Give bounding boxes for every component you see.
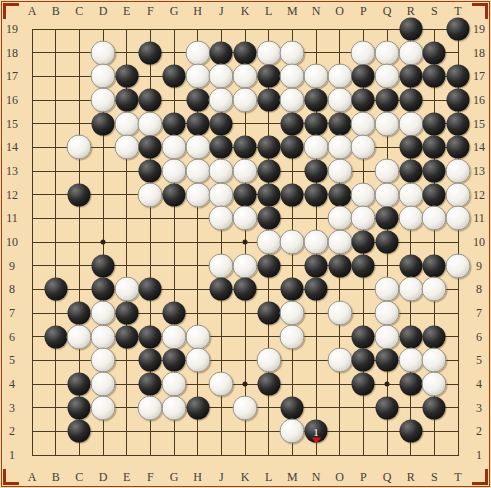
- stone-M10[interactable]: [280, 230, 305, 255]
- stone-T19[interactable]: [447, 18, 470, 41]
- go-board-screenshot: AA1919BB1818CC1717DD1616EE1515FF1414GG13…: [0, 0, 491, 488]
- stone-F12[interactable]: [138, 182, 163, 207]
- stone-R11[interactable]: [398, 206, 423, 231]
- stone-G7[interactable]: [163, 302, 186, 325]
- stone-M12[interactable]: [281, 183, 304, 206]
- frame-corner-ornament: [3, 3, 19, 19]
- row-label: 19: [473, 23, 485, 35]
- stone-G15[interactable]: [163, 112, 186, 135]
- stone-K13[interactable]: [233, 159, 258, 184]
- row-label: 18: [6, 47, 18, 59]
- row-label: 4: [9, 378, 15, 390]
- stone-K9[interactable]: [233, 253, 258, 278]
- stone-J16[interactable]: [209, 88, 234, 113]
- row-label: 1: [9, 449, 15, 461]
- stone-G17[interactable]: [163, 65, 186, 88]
- stone-C3[interactable]: [68, 396, 91, 419]
- stone-D18[interactable]: [91, 40, 116, 65]
- stone-M2[interactable]: [280, 419, 305, 444]
- stone-D8[interactable]: [92, 278, 115, 301]
- column-label: L: [265, 5, 272, 17]
- grid-horizontal-line: [32, 29, 459, 30]
- stone-D15[interactable]: [92, 112, 115, 135]
- row-label: 17: [473, 70, 485, 82]
- column-label: O: [335, 471, 344, 483]
- stone-J14[interactable]: [210, 136, 233, 159]
- row-label: 9: [476, 260, 482, 272]
- column-label: F: [147, 5, 154, 17]
- stone-Q11[interactable]: [376, 207, 399, 230]
- stone-P4[interactable]: [352, 373, 375, 396]
- stone-N16[interactable]: [305, 89, 328, 112]
- column-label: A: [28, 471, 37, 483]
- stone-R6[interactable]: [399, 325, 422, 348]
- column-label: K: [241, 471, 250, 483]
- stone-P9[interactable]: [352, 254, 375, 277]
- stone-F15[interactable]: [138, 111, 163, 136]
- stone-Q10[interactable]: [376, 231, 399, 254]
- stone-J9[interactable]: [209, 253, 234, 278]
- stone-M14[interactable]: [281, 136, 304, 159]
- stone-J11[interactable]: [209, 206, 234, 231]
- row-label: 2: [476, 425, 482, 437]
- stone-D5[interactable]: [91, 348, 116, 373]
- stone-G5[interactable]: [163, 349, 186, 372]
- stone-S13[interactable]: [423, 160, 446, 183]
- column-label: R: [407, 5, 415, 17]
- stone-C6[interactable]: [67, 324, 92, 349]
- stone-J17[interactable]: [209, 64, 234, 89]
- stone-L4[interactable]: [257, 373, 280, 396]
- star-point: [243, 382, 248, 387]
- column-label: E: [123, 5, 130, 17]
- stone-N9[interactable]: [305, 254, 328, 277]
- column-label: S: [431, 5, 438, 17]
- stone-G14[interactable]: [162, 135, 187, 160]
- stone-K16[interactable]: [233, 88, 258, 113]
- stone-E16[interactable]: [115, 89, 138, 112]
- row-label: 8: [476, 283, 482, 295]
- row-label: 10: [6, 236, 18, 248]
- column-label: H: [193, 471, 202, 483]
- stone-H6[interactable]: [185, 324, 210, 349]
- column-label: D: [99, 471, 108, 483]
- stone-D16[interactable]: [91, 88, 116, 113]
- row-label: 17: [6, 70, 18, 82]
- column-label: O: [335, 5, 344, 17]
- row-label: 12: [6, 189, 18, 201]
- row-label: 14: [6, 141, 18, 153]
- stone-J18[interactable]: [210, 41, 233, 64]
- stone-L17[interactable]: [257, 65, 280, 88]
- stone-L9[interactable]: [257, 254, 280, 277]
- stone-D7[interactable]: [91, 301, 116, 326]
- stone-R9[interactable]: [399, 254, 422, 277]
- star-point: [101, 240, 106, 245]
- stone-J12[interactable]: [209, 182, 234, 207]
- row-label: 11: [473, 212, 485, 224]
- stone-B6[interactable]: [44, 325, 67, 348]
- row-label: 14: [473, 141, 485, 153]
- stone-L16[interactable]: [257, 89, 280, 112]
- column-label: R: [407, 471, 415, 483]
- column-label: C: [75, 471, 83, 483]
- stone-P11[interactable]: [351, 206, 376, 231]
- column-label: L: [265, 471, 272, 483]
- stone-S9[interactable]: [423, 254, 446, 277]
- stone-P6[interactable]: [352, 325, 375, 348]
- stone-Q15[interactable]: [375, 111, 400, 136]
- stone-L7[interactable]: [257, 302, 280, 325]
- frame-corner-ornament: [472, 3, 488, 19]
- column-label: A: [28, 5, 37, 17]
- stone-P16[interactable]: [352, 89, 375, 112]
- stone-K3[interactable]: [233, 395, 258, 420]
- stone-Q5[interactable]: [376, 349, 399, 372]
- stone-F14[interactable]: [139, 136, 162, 159]
- row-label: 13: [473, 165, 485, 177]
- stone-S6[interactable]: [423, 325, 446, 348]
- stone-K14[interactable]: [234, 136, 257, 159]
- column-label: T: [454, 471, 461, 483]
- stone-T17[interactable]: [447, 65, 470, 88]
- stone-E17[interactable]: [115, 65, 138, 88]
- column-label: Q: [383, 471, 392, 483]
- stone-E8[interactable]: [114, 277, 139, 302]
- stone-Q12[interactable]: [375, 182, 400, 207]
- stone-O13[interactable]: [327, 159, 352, 184]
- stone-N8[interactable]: [305, 278, 328, 301]
- stone-H3[interactable]: [186, 396, 209, 419]
- stone-Q18[interactable]: [375, 40, 400, 65]
- stone-R2[interactable]: [399, 420, 422, 443]
- stone-C12[interactable]: [68, 183, 91, 206]
- stone-F18[interactable]: [139, 41, 162, 64]
- stone-G13[interactable]: [162, 159, 187, 184]
- row-label: 7: [476, 307, 482, 319]
- stone-K18[interactable]: [234, 41, 257, 64]
- stone-L13[interactable]: [257, 160, 280, 183]
- stone-R13[interactable]: [399, 160, 422, 183]
- star-point: [243, 240, 248, 245]
- row-label: 2: [9, 425, 15, 437]
- row-label: 16: [473, 94, 485, 106]
- stone-P17[interactable]: [352, 65, 375, 88]
- stone-F8[interactable]: [139, 278, 162, 301]
- column-label: D: [99, 5, 108, 17]
- column-label: B: [52, 5, 60, 17]
- row-label: 4: [476, 378, 482, 390]
- stone-K8[interactable]: [234, 278, 257, 301]
- stone-F3[interactable]: [138, 395, 163, 420]
- row-label: 13: [6, 165, 18, 177]
- stone-S17[interactable]: [423, 65, 446, 88]
- stone-O10[interactable]: [327, 230, 352, 255]
- stone-R17[interactable]: [399, 65, 422, 88]
- stone-E14[interactable]: [114, 135, 139, 160]
- stone-P5[interactable]: [352, 349, 375, 372]
- stone-O14[interactable]: [327, 135, 352, 160]
- stone-M15[interactable]: [281, 112, 304, 135]
- row-label: 9: [9, 260, 15, 272]
- row-label: 10: [473, 236, 485, 248]
- stone-S4[interactable]: [422, 372, 447, 397]
- stone-S18[interactable]: [423, 41, 446, 64]
- stone-F4[interactable]: [139, 373, 162, 396]
- column-label: M: [287, 471, 298, 483]
- stone-K11[interactable]: [233, 206, 258, 231]
- stone-O5[interactable]: [327, 348, 352, 373]
- column-label: N: [312, 5, 321, 17]
- stone-J13[interactable]: [209, 159, 234, 184]
- stone-O7[interactable]: [327, 301, 352, 326]
- grid-horizontal-line: [32, 431, 459, 432]
- stone-L5[interactable]: [256, 348, 281, 373]
- stone-N2[interactable]: 1: [305, 420, 328, 443]
- stone-R15[interactable]: [398, 111, 423, 136]
- stone-H15[interactable]: [186, 112, 209, 135]
- stone-D6[interactable]: [91, 324, 116, 349]
- row-label: 15: [473, 118, 485, 130]
- stone-T16[interactable]: [447, 89, 470, 112]
- column-label: S: [431, 471, 438, 483]
- stone-Q3[interactable]: [376, 396, 399, 419]
- stone-M16[interactable]: [280, 88, 305, 113]
- stone-G6[interactable]: [162, 324, 187, 349]
- column-label: P: [360, 5, 367, 17]
- stone-F13[interactable]: [139, 160, 162, 183]
- column-label: G: [170, 5, 179, 17]
- row-label: 19: [6, 23, 18, 35]
- stone-P14[interactable]: [351, 135, 376, 160]
- stone-O11[interactable]: [327, 206, 352, 231]
- stone-K12[interactable]: [234, 183, 257, 206]
- stone-L12[interactable]: [257, 183, 280, 206]
- grid-vertical-line: [32, 29, 33, 456]
- row-label: 12: [473, 189, 485, 201]
- row-label: 15: [6, 118, 18, 130]
- stone-M3[interactable]: [281, 396, 304, 419]
- stone-O12[interactable]: [328, 183, 351, 206]
- stone-N12[interactable]: [305, 183, 328, 206]
- stone-R8[interactable]: [398, 277, 423, 302]
- stone-R14[interactable]: [399, 136, 422, 159]
- stone-O17[interactable]: [327, 64, 352, 89]
- stone-J4[interactable]: [209, 372, 234, 397]
- stone-P10[interactable]: [352, 231, 375, 254]
- stone-Q7[interactable]: [375, 301, 400, 326]
- row-label: 16: [6, 94, 18, 106]
- row-label: 11: [6, 212, 18, 224]
- column-label: E: [123, 471, 130, 483]
- stone-Q17[interactable]: [375, 64, 400, 89]
- stone-M17[interactable]: [280, 64, 305, 89]
- row-label: 18: [473, 47, 485, 59]
- stone-S11[interactable]: [422, 206, 447, 231]
- stone-H17[interactable]: [185, 64, 210, 89]
- column-label: P: [360, 471, 367, 483]
- stone-N17[interactable]: [304, 64, 329, 89]
- stone-R19[interactable]: [399, 18, 422, 41]
- stone-M7[interactable]: [280, 301, 305, 326]
- stone-Q16[interactable]: [376, 89, 399, 112]
- stone-R4[interactable]: [399, 373, 422, 396]
- stone-T14[interactable]: [447, 136, 470, 159]
- stone-J15[interactable]: [210, 112, 233, 135]
- stone-T12[interactable]: [446, 182, 471, 207]
- stone-K17[interactable]: [233, 64, 258, 89]
- stone-C14[interactable]: [67, 135, 92, 160]
- stone-H12[interactable]: [185, 182, 210, 207]
- stone-O15[interactable]: [328, 112, 351, 135]
- stone-E7[interactable]: [115, 302, 138, 325]
- stone-S3[interactable]: [423, 396, 446, 419]
- stone-H5[interactable]: [185, 348, 210, 373]
- row-label: 6: [476, 331, 482, 343]
- row-label: 7: [9, 307, 15, 319]
- stone-R5[interactable]: [398, 348, 423, 373]
- stone-D9[interactable]: [92, 254, 115, 277]
- stone-G12[interactable]: [163, 183, 186, 206]
- row-label: 5: [476, 354, 482, 366]
- stone-N14[interactable]: [304, 135, 329, 160]
- column-label: C: [75, 5, 83, 17]
- stone-E15[interactable]: [114, 111, 139, 136]
- stone-C2[interactable]: [68, 420, 91, 443]
- column-label: J: [219, 471, 224, 483]
- row-label: 3: [476, 402, 482, 414]
- stone-M6[interactable]: [280, 324, 305, 349]
- stone-T15[interactable]: [447, 112, 470, 135]
- stone-F16[interactable]: [139, 89, 162, 112]
- stone-B8[interactable]: [44, 278, 67, 301]
- stone-O9[interactable]: [328, 254, 351, 277]
- stone-C4[interactable]: [68, 373, 91, 396]
- stone-D17[interactable]: [91, 64, 116, 89]
- stone-T9[interactable]: [446, 253, 471, 278]
- row-label: 6: [9, 331, 15, 343]
- stone-H14[interactable]: [185, 135, 210, 160]
- stone-R16[interactable]: [399, 89, 422, 112]
- column-label: Q: [383, 5, 392, 17]
- column-label: B: [52, 471, 60, 483]
- grid-vertical-line: [55, 29, 56, 456]
- stone-S12[interactable]: [423, 183, 446, 206]
- stone-P12[interactable]: [351, 182, 376, 207]
- stone-F6[interactable]: [139, 325, 162, 348]
- column-label: T: [454, 5, 461, 17]
- stone-C7[interactable]: [68, 302, 91, 325]
- frame-corner-ornament: [3, 469, 19, 485]
- frame-corner-ornament: [472, 469, 488, 485]
- stone-M8[interactable]: [281, 278, 304, 301]
- last-move-red-marker: [311, 438, 321, 444]
- stone-S15[interactable]: [423, 112, 446, 135]
- stone-P15[interactable]: [351, 111, 376, 136]
- stone-Q6[interactable]: [375, 324, 400, 349]
- stone-N15[interactable]: [305, 112, 328, 135]
- stone-N10[interactable]: [304, 230, 329, 255]
- stone-O16[interactable]: [327, 88, 352, 113]
- stone-F5[interactable]: [139, 349, 162, 372]
- stone-J8[interactable]: [210, 278, 233, 301]
- stone-P18[interactable]: [351, 40, 376, 65]
- star-point: [385, 382, 390, 387]
- stone-S14[interactable]: [423, 136, 446, 159]
- stone-G3[interactable]: [162, 395, 187, 420]
- stone-H18[interactable]: [185, 40, 210, 65]
- stone-H16[interactable]: [186, 89, 209, 112]
- stone-T13[interactable]: [446, 159, 471, 184]
- column-label: H: [193, 5, 202, 17]
- stone-L10[interactable]: [256, 230, 281, 255]
- stone-D3[interactable]: [91, 395, 116, 420]
- column-label: M: [287, 5, 298, 17]
- column-label: K: [241, 5, 250, 17]
- grid-horizontal-line: [32, 455, 459, 456]
- stone-E6[interactable]: [115, 325, 138, 348]
- stone-S8[interactable]: [422, 277, 447, 302]
- stone-D4[interactable]: [91, 372, 116, 397]
- stone-N13[interactable]: [305, 160, 328, 183]
- row-label: 5: [9, 354, 15, 366]
- stone-R18[interactable]: [398, 40, 423, 65]
- stone-M18[interactable]: [280, 40, 305, 65]
- row-label: 8: [9, 283, 15, 295]
- stone-H13[interactable]: [185, 159, 210, 184]
- stone-S5[interactable]: [422, 348, 447, 373]
- stone-R12[interactable]: [398, 182, 423, 207]
- row-label: 1: [476, 449, 482, 461]
- column-label: J: [219, 5, 224, 17]
- stone-Q13[interactable]: [375, 159, 400, 184]
- stone-L11[interactable]: [257, 207, 280, 230]
- stone-G4[interactable]: [162, 372, 187, 397]
- column-label: N: [312, 471, 321, 483]
- stone-T11[interactable]: [446, 206, 471, 231]
- stone-L14[interactable]: [257, 136, 280, 159]
- row-label: 3: [9, 402, 15, 414]
- column-label: G: [170, 471, 179, 483]
- stone-Q8[interactable]: [375, 277, 400, 302]
- stone-L18[interactable]: [256, 40, 281, 65]
- column-label: F: [147, 471, 154, 483]
